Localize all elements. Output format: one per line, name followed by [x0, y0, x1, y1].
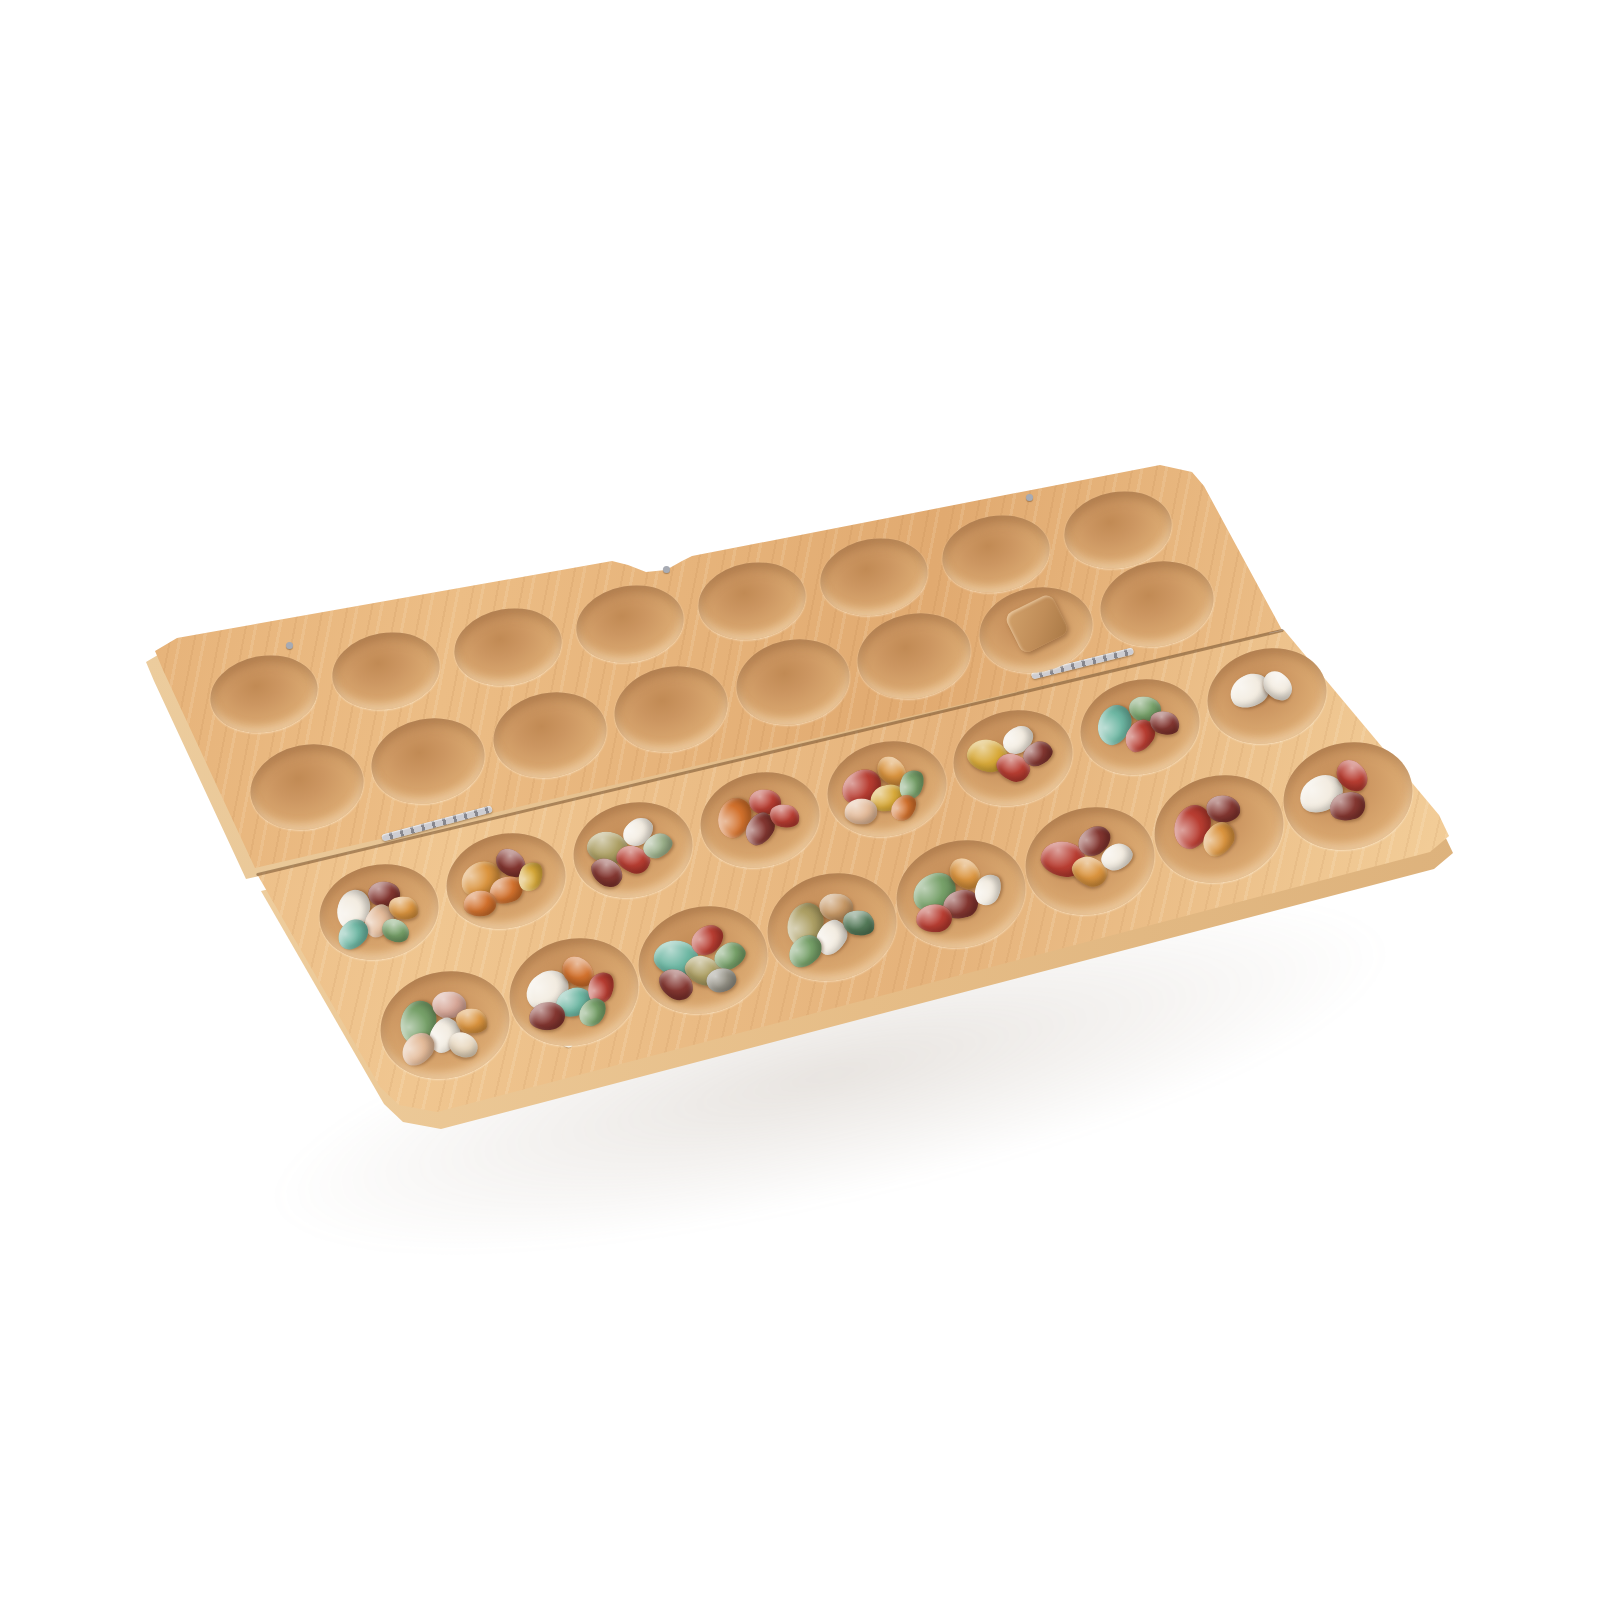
magnet-dot: [1026, 494, 1033, 501]
stone-maroon: [1206, 795, 1241, 822]
stone-peach: [844, 798, 878, 824]
stone-wood-block: [1003, 592, 1069, 655]
magnet-dot: [286, 642, 293, 649]
stone-orange: [463, 889, 498, 917]
product-photo: [0, 0, 1600, 1600]
stone-red: [915, 904, 952, 933]
magnet-dot: [663, 566, 670, 573]
